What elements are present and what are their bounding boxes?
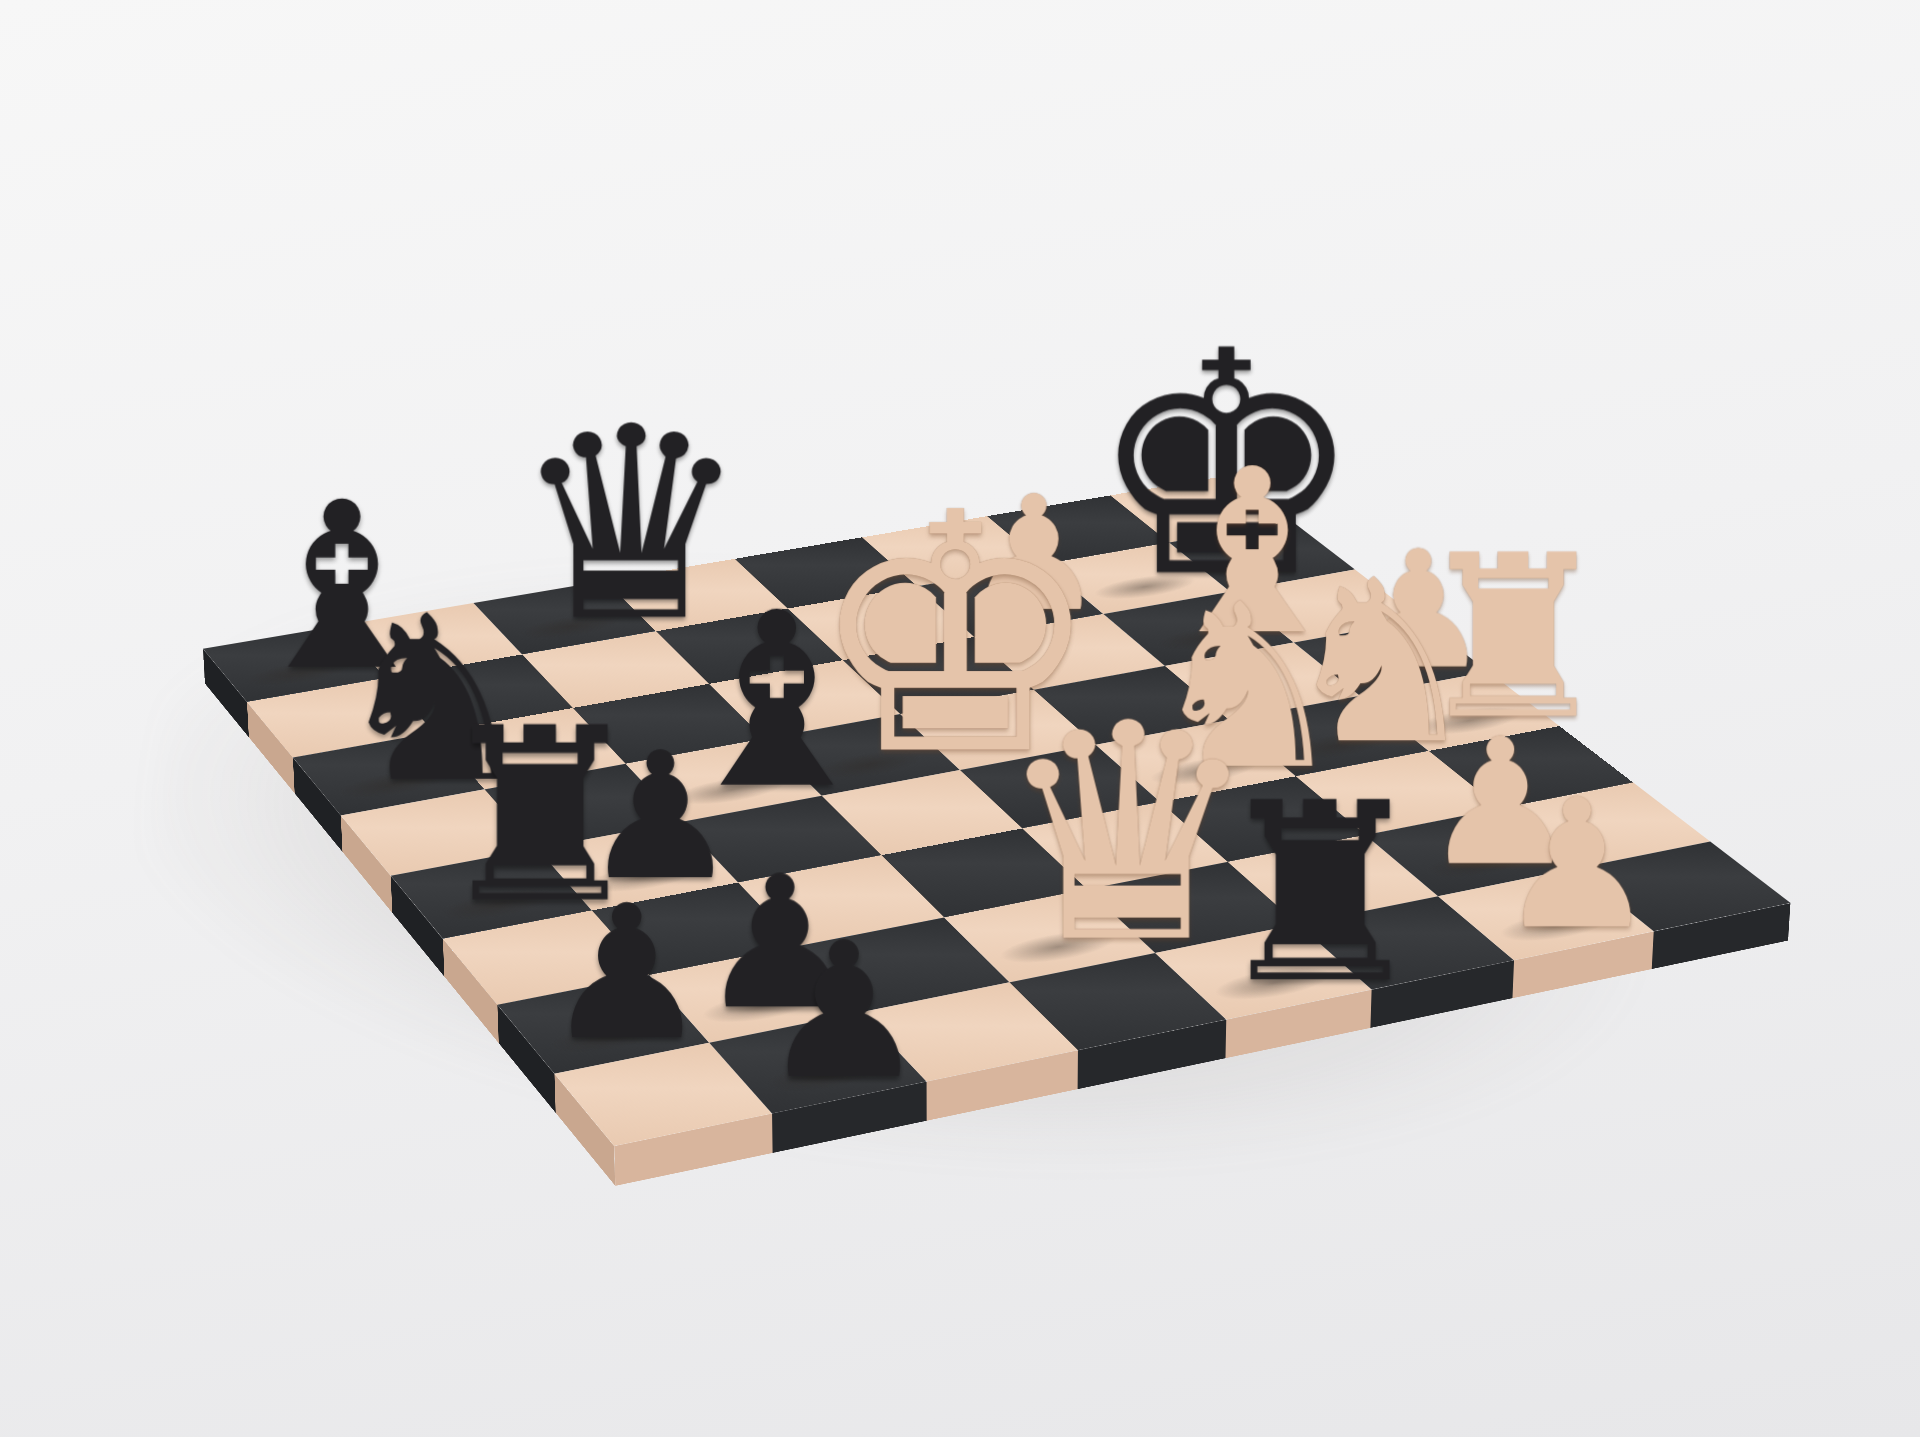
piece-black-pawn: ♟: [544, 886, 709, 1062]
piece-black-rook: ♜: [1210, 776, 1372, 1011]
board-3d-wrap: ♝♛♟♚♞♝♝♚♟♜♟♞♞♜♟♟♛♟♟♜♟: [203, 475, 1791, 1146]
piece-white-queen: ♛: [994, 692, 1154, 976]
piece-white-pawn: ♟: [1497, 781, 1656, 950]
piece-black-pawn: ♟: [760, 923, 928, 1101]
photo-backdrop: ♝♛♟♚♞♝♝♚♟♜♟♞♞♜♟♟♛♟♟♜♟: [0, 0, 1920, 1437]
scene-3d: ♝♛♟♚♞♝♝♚♟♜♟♞♞♜♟♟♛♟♟♜♟: [0, 0, 1920, 1437]
chess-board: ♝♛♟♚♞♝♝♚♟♜♟♞♞♜♟♟♛♟♟♜♟: [203, 475, 1791, 1146]
square-g1: ♟: [1438, 869, 1654, 961]
